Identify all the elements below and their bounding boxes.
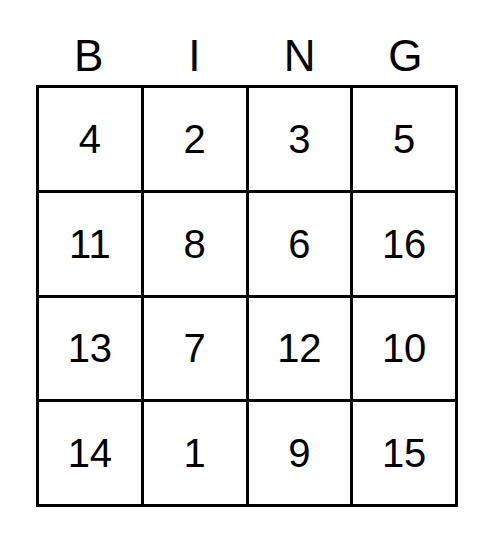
bingo-header-row: B I N G: [36, 28, 458, 78]
header-letter-b: B: [36, 28, 142, 78]
cell-r1c2[interactable]: 2: [144, 88, 246, 190]
cell-r1c1[interactable]: 4: [39, 88, 141, 190]
cell-r3c2[interactable]: 7: [144, 298, 246, 400]
cell-r4c4[interactable]: 15: [353, 402, 455, 504]
cell-r2c3[interactable]: 6: [249, 193, 351, 295]
cell-r4c3[interactable]: 9: [249, 402, 351, 504]
header-letter-g: G: [353, 28, 459, 78]
cell-r2c2[interactable]: 8: [144, 193, 246, 295]
cell-r3c1[interactable]: 13: [39, 298, 141, 400]
header-letter-i: I: [142, 28, 248, 78]
header-letter-n: N: [247, 28, 353, 78]
cell-r1c4[interactable]: 5: [353, 88, 455, 190]
cell-r4c2[interactable]: 1: [144, 402, 246, 504]
cell-r1c3[interactable]: 3: [249, 88, 351, 190]
cell-r3c4[interactable]: 10: [353, 298, 455, 400]
cell-r4c1[interactable]: 14: [39, 402, 141, 504]
bingo-board: 4 2 3 5 11 8 6 16 13 7 12 10 14 1 9 15: [36, 85, 458, 507]
cell-r3c3[interactable]: 12: [249, 298, 351, 400]
cell-r2c4[interactable]: 16: [353, 193, 455, 295]
cell-r2c1[interactable]: 11: [39, 193, 141, 295]
